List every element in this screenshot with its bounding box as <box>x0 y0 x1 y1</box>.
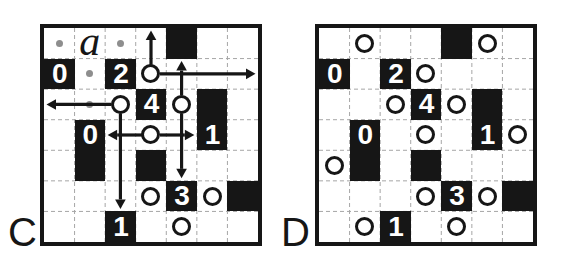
bulb-circle <box>416 64 435 83</box>
cell-c-r6c7[interactable] <box>227 181 258 212</box>
cell-c-r3c2[interactable] <box>75 89 106 120</box>
candidate-dot <box>117 40 124 47</box>
cell-c-r6c1[interactable] <box>44 181 75 212</box>
cell-c-r1c6[interactable] <box>197 28 228 59</box>
cell-d-r2c2[interactable] <box>350 59 381 90</box>
bulb-circle <box>172 95 191 114</box>
cell-d-r3c4[interactable]: 4 <box>411 89 442 120</box>
cell-d-r4c5[interactable] <box>441 120 472 151</box>
bulb-circle <box>172 217 191 236</box>
cell-d-r6c4[interactable] <box>411 181 442 212</box>
clue-number: 0 <box>327 60 342 88</box>
cell-d-r7c2[interactable] <box>350 211 381 242</box>
cell-d-r5c6[interactable] <box>472 150 503 181</box>
cell-d-r7c7[interactable] <box>502 211 533 242</box>
cell-c-r6c4[interactable] <box>136 181 167 212</box>
bulb-circle <box>141 64 160 83</box>
cell-c-r7c5[interactable] <box>166 211 197 242</box>
cell-c-r6c3[interactable] <box>105 181 136 212</box>
cell-c-r4c2[interactable]: 0 <box>75 120 106 151</box>
cell-c-r1c4[interactable] <box>136 28 167 59</box>
cell-c-r5c1[interactable] <box>44 150 75 181</box>
cell-c-r4c5[interactable] <box>166 120 197 151</box>
cell-d-r5c7[interactable] <box>502 150 533 181</box>
cell-c-r2c5[interactable] <box>166 59 197 90</box>
cell-c-r3c7[interactable] <box>227 89 258 120</box>
cell-c-r7c4[interactable] <box>136 211 167 242</box>
cell-d-r5c3[interactable] <box>380 150 411 181</box>
bulb-circle <box>416 125 435 144</box>
cell-d-r3c2[interactable] <box>350 89 381 120</box>
clue-number: 3 <box>174 182 189 210</box>
cell-d-r3c5[interactable] <box>441 89 472 120</box>
board-d: 0240131 <box>319 28 533 242</box>
cell-d-r6c7[interactable] <box>502 181 533 212</box>
puzzle-grid-c: a0240131 <box>40 24 262 246</box>
cell-d-r2c5[interactable] <box>441 59 472 90</box>
bulb-circle <box>447 95 466 114</box>
cell-d-r3c7[interactable] <box>502 89 533 120</box>
clue-number: 4 <box>419 90 434 118</box>
cell-c-r2c3[interactable]: 2 <box>105 59 136 90</box>
board-c: a0240131 <box>44 28 258 242</box>
cell-d-r2c1[interactable]: 0 <box>319 59 350 90</box>
cell-c-r7c6[interactable] <box>197 211 228 242</box>
cell-c-r5c5[interactable] <box>166 150 197 181</box>
cell-c-r3c1[interactable] <box>44 89 75 120</box>
cell-d-r7c1[interactable] <box>319 211 350 242</box>
clue-number: 1 <box>388 213 403 241</box>
cell-c-r3c4[interactable]: 4 <box>136 89 167 120</box>
cell-c-r2c4[interactable] <box>136 59 167 90</box>
cell-c-r7c7[interactable] <box>227 211 258 242</box>
bulb-circle <box>386 95 405 114</box>
cell-c-r5c7[interactable] <box>227 150 258 181</box>
clue-number: 2 <box>113 60 128 88</box>
puzzle-grid-d: 0240131 <box>315 24 537 246</box>
bulb-circle <box>141 125 160 144</box>
cell-d-r7c3[interactable]: 1 <box>380 211 411 242</box>
cell-d-r3c6[interactable] <box>472 89 503 120</box>
clue-number: 1 <box>205 121 220 149</box>
cell-d-r2c4[interactable] <box>411 59 442 90</box>
cell-c-r1c3[interactable] <box>105 28 136 59</box>
cell-d-r2c6[interactable] <box>472 59 503 90</box>
cell-d-r1c5[interactable] <box>441 28 472 59</box>
cell-d-r3c1[interactable] <box>319 89 350 120</box>
cell-c-r4c3[interactable] <box>105 120 136 151</box>
cell-c-r4c7[interactable] <box>227 120 258 151</box>
bulb-circle <box>325 156 344 175</box>
cell-d-r4c2[interactable]: 0 <box>350 120 381 151</box>
cell-c-r7c3[interactable]: 1 <box>105 211 136 242</box>
cell-d-r5c4[interactable] <box>411 150 442 181</box>
cell-d-r4c1[interactable] <box>319 120 350 151</box>
cell-d-r3c3[interactable] <box>380 89 411 120</box>
bulb-circle <box>355 34 374 53</box>
cell-d-r1c1[interactable] <box>319 28 350 59</box>
cell-c-r3c3[interactable] <box>105 89 136 120</box>
bulb-circle <box>141 187 160 206</box>
cell-d-r6c1[interactable] <box>319 181 350 212</box>
cell-d-r2c7[interactable] <box>502 59 533 90</box>
cell-d-r6c5[interactable]: 3 <box>441 181 472 212</box>
cell-c-r5c3[interactable] <box>105 150 136 181</box>
cell-c-r1c7[interactable] <box>227 28 258 59</box>
bulb-circle <box>111 95 130 114</box>
bulb-circle <box>478 187 497 206</box>
cell-d-r7c4[interactable] <box>411 211 442 242</box>
cell-d-r4c3[interactable] <box>380 120 411 151</box>
cell-d-r5c5[interactable] <box>441 150 472 181</box>
cell-c-r5c2[interactable] <box>75 150 106 181</box>
cell-c-r3c5[interactable] <box>166 89 197 120</box>
cell-d-r6c6[interactable] <box>472 181 503 212</box>
cell-d-r1c7[interactable] <box>502 28 533 59</box>
cell-d-r6c3[interactable] <box>380 181 411 212</box>
clue-number: 3 <box>449 182 464 210</box>
cell-c-r3c6[interactable] <box>197 89 228 120</box>
candidate-dot <box>86 70 93 77</box>
cell-c-r2c1[interactable]: 0 <box>44 59 75 90</box>
clue-number: 4 <box>144 90 159 118</box>
cell-d-r5c1[interactable] <box>319 150 350 181</box>
cell-c-r6c2[interactable] <box>75 181 106 212</box>
bulb-circle <box>478 34 497 53</box>
cell-c-r1c2[interactable]: a <box>75 28 106 59</box>
cell-d-r7c6[interactable] <box>472 211 503 242</box>
cell-c-r7c1[interactable] <box>44 211 75 242</box>
cell-c-r5c4[interactable] <box>136 150 167 181</box>
candidate-dot <box>56 40 63 47</box>
cell-c-r1c5[interactable] <box>166 28 197 59</box>
cell-d-r4c6[interactable]: 1 <box>472 120 503 151</box>
cell-c-r6c5[interactable]: 3 <box>166 181 197 212</box>
clue-number: 1 <box>480 121 495 149</box>
cell-d-r2c3[interactable]: 2 <box>380 59 411 90</box>
cell-c-r2c6[interactable] <box>197 59 228 90</box>
cell-c-r7c2[interactable] <box>75 211 106 242</box>
cell-d-r1c4[interactable] <box>411 28 442 59</box>
cell-c-r5c6[interactable] <box>197 150 228 181</box>
cell-c-r1c1[interactable] <box>44 28 75 59</box>
bulb-circle <box>355 217 374 236</box>
bulb-circle <box>416 187 435 206</box>
cell-d-r4c4[interactable] <box>411 120 442 151</box>
candidate-dot <box>86 101 93 108</box>
cell-d-r1c6[interactable] <box>472 28 503 59</box>
cell-d-r4c7[interactable] <box>502 120 533 151</box>
cell-c-r2c7[interactable] <box>227 59 258 90</box>
cell-c-r4c6[interactable]: 1 <box>197 120 228 151</box>
bulb-circle <box>447 217 466 236</box>
clue-number: 0 <box>52 60 67 88</box>
cell-d-r7c5[interactable] <box>441 211 472 242</box>
cell-label-a: a <box>79 29 100 54</box>
cell-c-r4c4[interactable] <box>136 120 167 151</box>
bulb-circle <box>203 187 222 206</box>
cell-c-r6c6[interactable] <box>197 181 228 212</box>
grid-label-d: D <box>281 212 310 252</box>
cell-d-r1c3[interactable] <box>380 28 411 59</box>
page: a0240131 C 0240131 D <box>0 0 566 270</box>
clue-number: 0 <box>358 121 373 149</box>
clue-number: 1 <box>113 213 128 241</box>
bulb-circle <box>508 125 527 144</box>
grid-label-c: C <box>8 212 37 252</box>
clue-number: 0 <box>83 121 98 149</box>
cell-d-r1c2[interactable] <box>350 28 381 59</box>
cell-c-r4c1[interactable] <box>44 120 75 151</box>
cell-c-r2c2[interactable] <box>75 59 106 90</box>
clue-number: 2 <box>388 60 403 88</box>
cell-d-r6c2[interactable] <box>350 181 381 212</box>
cell-d-r5c2[interactable] <box>350 150 381 181</box>
